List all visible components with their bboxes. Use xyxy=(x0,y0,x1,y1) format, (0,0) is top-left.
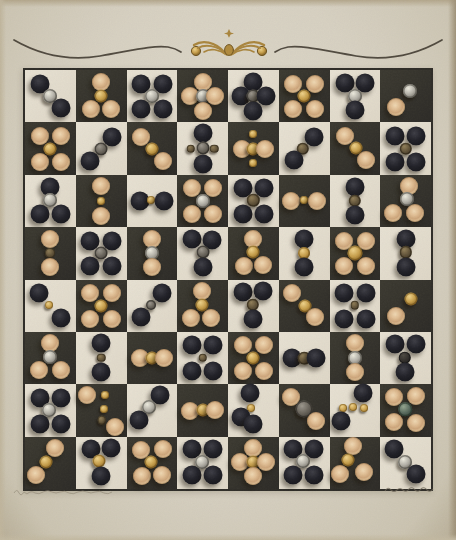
square-r1c6[interactable] xyxy=(279,70,330,122)
square-r1c7[interactable] xyxy=(330,70,381,122)
cork-disc[interactable] xyxy=(103,284,121,302)
black-felt-disc[interactable] xyxy=(244,414,263,433)
cork-disc[interactable] xyxy=(255,362,273,380)
square-r1c3[interactable] xyxy=(127,70,178,122)
cork-disc[interactable] xyxy=(384,204,402,222)
cork-disc[interactable] xyxy=(308,192,326,210)
cork-disc[interactable] xyxy=(387,98,405,116)
square-r3c2[interactable] xyxy=(76,175,127,227)
black-felt-disc[interactable] xyxy=(406,335,425,354)
cork-disc[interactable] xyxy=(255,336,273,354)
black-felt-disc[interactable] xyxy=(284,151,303,170)
square-r2c7[interactable] xyxy=(330,122,381,174)
square-r7c5[interactable] xyxy=(228,384,279,436)
square-r8c6[interactable] xyxy=(279,437,330,489)
square-r2c6[interactable] xyxy=(279,122,330,174)
square-r4c7[interactable] xyxy=(330,227,381,279)
cork-disc[interactable] xyxy=(41,258,59,276)
brass-button[interactable] xyxy=(44,142,57,155)
square-r6c5[interactable] xyxy=(228,332,279,384)
black-felt-disc[interactable] xyxy=(305,465,324,484)
black-felt-disc[interactable] xyxy=(244,101,263,120)
square-r2c3[interactable] xyxy=(127,122,178,174)
paper-edge-bottom xyxy=(0,534,456,540)
square-r5c4[interactable] xyxy=(177,280,228,332)
left-ornament-button xyxy=(191,46,200,55)
cork-disc[interactable] xyxy=(92,207,110,225)
silver-button[interactable] xyxy=(403,84,417,98)
cork-disc[interactable] xyxy=(194,102,212,120)
black-felt-disc[interactable] xyxy=(91,466,110,485)
black-felt-disc[interactable] xyxy=(81,257,100,276)
black-felt-disc[interactable] xyxy=(396,257,415,276)
black-felt-disc[interactable] xyxy=(92,334,111,353)
square-r5c5[interactable] xyxy=(228,280,279,332)
black-felt-disc[interactable] xyxy=(153,284,172,303)
small-bronze-button[interactable] xyxy=(97,353,106,362)
cork-disc[interactable] xyxy=(346,334,364,352)
cork-disc[interactable] xyxy=(235,257,253,275)
black-felt-disc[interactable] xyxy=(101,439,120,458)
cork-disc[interactable] xyxy=(41,230,59,248)
small-brass-button[interactable] xyxy=(360,404,368,412)
cork-disc[interactable] xyxy=(183,205,201,223)
square-r8c4[interactable] xyxy=(177,437,228,489)
black-felt-disc[interactable] xyxy=(335,309,354,328)
black-felt-disc[interactable] xyxy=(193,154,212,173)
right-flourish-line-icon xyxy=(275,40,442,58)
black-felt-disc[interactable] xyxy=(130,411,149,430)
square-r6c2[interactable] xyxy=(76,332,127,384)
small-brass-button[interactable] xyxy=(45,301,53,309)
square-r7c6[interactable] xyxy=(279,384,330,436)
black-felt-disc[interactable] xyxy=(52,99,71,118)
cork-disc[interactable] xyxy=(244,467,262,485)
small-bronze-button[interactable] xyxy=(97,416,106,425)
square-r3c1[interactable] xyxy=(25,175,76,227)
square-r4c4[interactable] xyxy=(177,227,228,279)
cork-disc[interactable] xyxy=(257,453,275,471)
cork-disc[interactable] xyxy=(283,284,301,302)
black-felt-disc[interactable] xyxy=(241,384,260,403)
square-r3c5[interactable] xyxy=(228,175,279,227)
square-r8c7[interactable] xyxy=(330,437,381,489)
black-felt-disc[interactable] xyxy=(132,100,151,119)
cork-disc[interactable] xyxy=(344,437,362,455)
black-felt-disc[interactable] xyxy=(154,191,173,210)
cork-disc[interactable] xyxy=(357,151,375,169)
square-r3c7[interactable] xyxy=(330,175,381,227)
small-bronze-button[interactable] xyxy=(198,353,207,362)
square-r3c6[interactable] xyxy=(279,175,330,227)
square-r8c8[interactable] xyxy=(380,437,431,489)
cork-disc[interactable] xyxy=(52,127,70,145)
cork-disc[interactable] xyxy=(133,467,151,485)
square-r5c3[interactable] xyxy=(127,280,178,332)
black-felt-disc[interactable] xyxy=(182,336,201,355)
black-felt-disc[interactable] xyxy=(193,257,212,276)
square-r2c1[interactable] xyxy=(25,122,76,174)
checkerboard xyxy=(23,68,433,491)
square-r4c8[interactable] xyxy=(380,227,431,279)
square-r2c4[interactable] xyxy=(177,122,228,174)
pewter-button[interactable] xyxy=(196,245,209,258)
pewter-button[interactable] xyxy=(146,300,156,310)
cork-disc[interactable] xyxy=(27,466,45,484)
cork-disc[interactable] xyxy=(182,309,200,327)
cork-disc[interactable] xyxy=(331,465,349,483)
black-felt-disc[interactable] xyxy=(335,284,354,303)
black-felt-disc[interactable] xyxy=(345,100,364,119)
black-felt-disc[interactable] xyxy=(243,309,262,328)
bronze-button[interactable] xyxy=(247,194,260,207)
square-r5c8[interactable] xyxy=(380,280,431,332)
small-brass-button[interactable] xyxy=(249,130,257,138)
square-r5c2[interactable] xyxy=(76,280,127,332)
cork-disc[interactable] xyxy=(153,466,171,484)
square-r1c4[interactable] xyxy=(177,70,228,122)
black-felt-disc[interactable] xyxy=(30,414,49,433)
black-felt-disc[interactable] xyxy=(52,414,71,433)
cork-disc[interactable] xyxy=(357,257,375,275)
square-r3c3[interactable] xyxy=(127,175,178,227)
cork-disc[interactable] xyxy=(306,75,324,93)
square-r3c4[interactable] xyxy=(177,175,228,227)
small-brass-button[interactable] xyxy=(101,391,109,399)
cork-disc[interactable] xyxy=(194,73,212,91)
black-felt-disc[interactable] xyxy=(395,362,414,381)
black-felt-disc[interactable] xyxy=(331,411,350,430)
black-felt-disc[interactable] xyxy=(406,465,425,484)
square-r5c6[interactable] xyxy=(279,280,330,332)
square-r8c3[interactable] xyxy=(127,437,178,489)
cork-disc[interactable] xyxy=(335,257,353,275)
cork-disc[interactable] xyxy=(355,463,373,481)
right-ornament-button xyxy=(257,46,266,55)
cork-disc[interactable] xyxy=(154,440,172,458)
square-r7c3[interactable] xyxy=(127,384,178,436)
cork-disc[interactable] xyxy=(92,177,110,195)
cork-disc[interactable] xyxy=(31,153,49,171)
cork-disc[interactable] xyxy=(407,414,425,432)
square-r5c7[interactable] xyxy=(330,280,381,332)
black-felt-disc[interactable] xyxy=(203,465,222,484)
black-felt-disc[interactable] xyxy=(253,282,272,301)
square-r6c3[interactable] xyxy=(127,332,178,384)
black-felt-disc[interactable] xyxy=(204,362,223,381)
small-bronze-button[interactable] xyxy=(187,144,196,153)
black-felt-disc[interactable] xyxy=(295,258,314,277)
black-felt-disc[interactable] xyxy=(356,284,375,303)
cork-disc[interactable] xyxy=(346,363,364,381)
cork-disc[interactable] xyxy=(284,100,302,118)
cork-disc[interactable] xyxy=(52,153,70,171)
paper-edge-top xyxy=(0,0,456,7)
small-bronze-button[interactable] xyxy=(45,248,55,258)
paper-edge-left xyxy=(0,0,6,540)
black-felt-disc[interactable] xyxy=(131,308,150,327)
cork-disc[interactable] xyxy=(82,100,100,118)
cork-disc[interactable] xyxy=(143,258,161,276)
cork-disc[interactable] xyxy=(52,361,70,379)
cork-disc[interactable] xyxy=(102,100,120,118)
square-r1c8[interactable] xyxy=(380,70,431,122)
brass-button[interactable] xyxy=(95,89,108,102)
cork-disc[interactable] xyxy=(387,307,405,325)
cork-disc[interactable] xyxy=(106,418,124,436)
black-felt-disc[interactable] xyxy=(407,152,426,171)
square-r4c5[interactable] xyxy=(228,227,279,279)
square-r7c7[interactable] xyxy=(330,384,381,436)
square-r4c2[interactable] xyxy=(76,227,127,279)
black-felt-disc[interactable] xyxy=(295,229,314,248)
top-ornament xyxy=(0,0,456,66)
star-icon xyxy=(224,29,234,38)
square-r2c5[interactable] xyxy=(228,122,279,174)
cork-disc[interactable] xyxy=(81,310,99,328)
black-felt-disc[interactable] xyxy=(30,205,49,224)
small-bronze-button[interactable] xyxy=(351,301,360,310)
small-brass-button[interactable] xyxy=(97,197,105,205)
brass-button[interactable] xyxy=(95,299,108,312)
black-felt-disc[interactable] xyxy=(130,191,149,210)
square-r6c1[interactable] xyxy=(25,332,76,384)
square-r7c8[interactable] xyxy=(380,384,431,436)
square-r4c1[interactable] xyxy=(25,227,76,279)
black-felt-disc[interactable] xyxy=(345,177,364,196)
cork-disc[interactable] xyxy=(30,361,48,379)
square-r8c5[interactable] xyxy=(228,437,279,489)
cork-disc[interactable] xyxy=(254,256,272,274)
pewter-button[interactable] xyxy=(196,141,209,154)
square-r2c2[interactable] xyxy=(76,122,127,174)
black-felt-disc[interactable] xyxy=(30,284,49,303)
cork-disc[interactable] xyxy=(204,205,222,223)
black-felt-disc[interactable] xyxy=(385,152,404,171)
teal-button[interactable] xyxy=(398,403,412,417)
black-felt-disc[interactable] xyxy=(102,257,121,276)
square-r7c2[interactable] xyxy=(76,384,127,436)
cork-disc[interactable] xyxy=(234,362,252,380)
black-felt-disc[interactable] xyxy=(233,205,252,224)
brass-button[interactable] xyxy=(144,455,157,468)
cork-disc[interactable] xyxy=(307,412,325,430)
cork-disc[interactable] xyxy=(78,386,96,404)
black-felt-disc[interactable] xyxy=(307,349,326,368)
square-r6c6[interactable] xyxy=(279,332,330,384)
black-felt-disc[interactable] xyxy=(204,336,223,355)
pewter-button[interactable] xyxy=(95,246,108,259)
black-felt-disc[interactable] xyxy=(345,206,364,225)
square-r7c1[interactable] xyxy=(25,384,76,436)
left-flourish-line-icon xyxy=(14,40,181,58)
square-r8c2[interactable] xyxy=(76,437,127,489)
cork-disc[interactable] xyxy=(306,100,324,118)
square-r4c3[interactable] xyxy=(127,227,178,279)
square-r8c1[interactable] xyxy=(25,437,76,489)
black-felt-disc[interactable] xyxy=(81,151,100,170)
cork-disc[interactable] xyxy=(256,140,274,158)
cork-disc[interactable] xyxy=(406,204,424,222)
black-felt-disc[interactable] xyxy=(353,384,372,403)
square-r7c4[interactable] xyxy=(177,384,228,436)
black-felt-disc[interactable] xyxy=(284,466,303,485)
square-r6c4[interactable] xyxy=(177,332,228,384)
brass-button[interactable] xyxy=(247,352,260,365)
cork-disc[interactable] xyxy=(282,192,300,210)
winged-emblem-icon xyxy=(194,42,264,55)
brass-button[interactable] xyxy=(298,90,311,103)
square-r1c5[interactable] xyxy=(228,70,279,122)
black-felt-disc[interactable] xyxy=(153,100,172,119)
small-brass-button[interactable] xyxy=(100,405,108,413)
black-felt-disc[interactable] xyxy=(356,309,375,328)
square-r5c1[interactable] xyxy=(25,280,76,332)
cork-disc[interactable] xyxy=(103,310,121,328)
square-r1c1[interactable] xyxy=(25,70,76,122)
cork-disc[interactable] xyxy=(202,309,220,327)
cork-disc[interactable] xyxy=(206,87,224,105)
paper-edge-right xyxy=(448,0,456,540)
black-felt-disc[interactable] xyxy=(193,123,212,142)
cork-disc[interactable] xyxy=(306,308,324,326)
square-r1c2[interactable] xyxy=(76,70,127,122)
artwork-canvas xyxy=(0,0,456,540)
cork-disc[interactable] xyxy=(46,439,64,457)
cork-disc[interactable] xyxy=(154,152,172,170)
brass-button[interactable] xyxy=(40,455,53,468)
square-r3c8[interactable] xyxy=(380,175,431,227)
square-r6c8[interactable] xyxy=(380,332,431,384)
square-r2c8[interactable] xyxy=(380,122,431,174)
square-r4c6[interactable] xyxy=(279,227,330,279)
black-felt-disc[interactable] xyxy=(51,308,70,327)
cork-disc[interactable] xyxy=(407,387,425,405)
black-felt-disc[interactable] xyxy=(182,362,201,381)
black-felt-disc[interactable] xyxy=(51,205,70,224)
cork-disc[interactable] xyxy=(206,401,224,419)
black-felt-disc[interactable] xyxy=(255,205,274,224)
small-brass-button[interactable] xyxy=(249,159,257,167)
square-r6c7[interactable] xyxy=(330,332,381,384)
cork-disc[interactable] xyxy=(155,349,173,367)
brass-button[interactable] xyxy=(404,293,417,306)
small-bronze-button[interactable] xyxy=(210,144,219,153)
small-brass-button[interactable] xyxy=(349,403,357,411)
black-felt-disc[interactable] xyxy=(182,466,201,485)
cork-disc[interactable] xyxy=(385,413,403,431)
black-felt-disc[interactable] xyxy=(92,363,111,382)
